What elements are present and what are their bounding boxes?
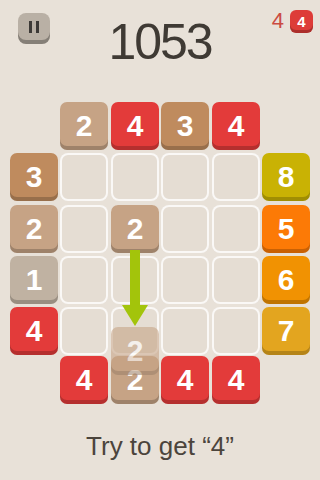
- tile-r0c1-value-2[interactable]: 2: [60, 102, 108, 150]
- tile-r0c4-value-4[interactable]: 4: [212, 102, 260, 150]
- tile-r1c0-value-3[interactable]: 3: [10, 153, 58, 201]
- tile-r0c3-value-3[interactable]: 3: [161, 102, 209, 150]
- tile-r3c0-value-1[interactable]: 1: [10, 256, 58, 304]
- cell-r3c3: [161, 256, 209, 304]
- cell-r3c4: [212, 256, 260, 304]
- tile-r5c4-value-4[interactable]: 4: [212, 356, 260, 404]
- cell-r1c3: [161, 153, 209, 201]
- tile-r3c5-value-6[interactable]: 6: [262, 256, 310, 304]
- tile-r5c3-value-4[interactable]: 4: [161, 356, 209, 404]
- move-arrow-shaft: [130, 250, 140, 306]
- cell-r1c2: [111, 153, 159, 201]
- tile-r4c0-value-4[interactable]: 4: [10, 307, 58, 355]
- cell-r2c3: [161, 205, 209, 253]
- arrow-down-icon: [122, 305, 148, 326]
- cell-r2c1: [60, 205, 108, 253]
- board: 2 24343822516474244: [0, 0, 320, 480]
- moving-tile-ghost: 2: [111, 327, 159, 375]
- cell-r1c1: [60, 153, 108, 201]
- cell-r4c3: [161, 307, 209, 355]
- cell-r4c4: [212, 307, 260, 355]
- tile-r0c2-value-4[interactable]: 4: [111, 102, 159, 150]
- tile-r1c5-value-8[interactable]: 8: [262, 153, 310, 201]
- tile-r2c2-value-2[interactable]: 2: [111, 205, 159, 253]
- tile-r2c0-value-2[interactable]: 2: [10, 205, 58, 253]
- tile-r2c5-value-5[interactable]: 5: [262, 205, 310, 253]
- cell-r3c1: [60, 256, 108, 304]
- tile-r5c1-value-4[interactable]: 4: [60, 356, 108, 404]
- cell-r4c1: [60, 307, 108, 355]
- game-screen: 1053 4 4 2 24343822516474244 Try to get …: [0, 0, 320, 480]
- instruction-text: Try to get “4”: [0, 431, 320, 462]
- tile-r4c5-value-7[interactable]: 7: [262, 307, 310, 355]
- cell-r1c4: [212, 153, 260, 201]
- cell-r2c4: [212, 205, 260, 253]
